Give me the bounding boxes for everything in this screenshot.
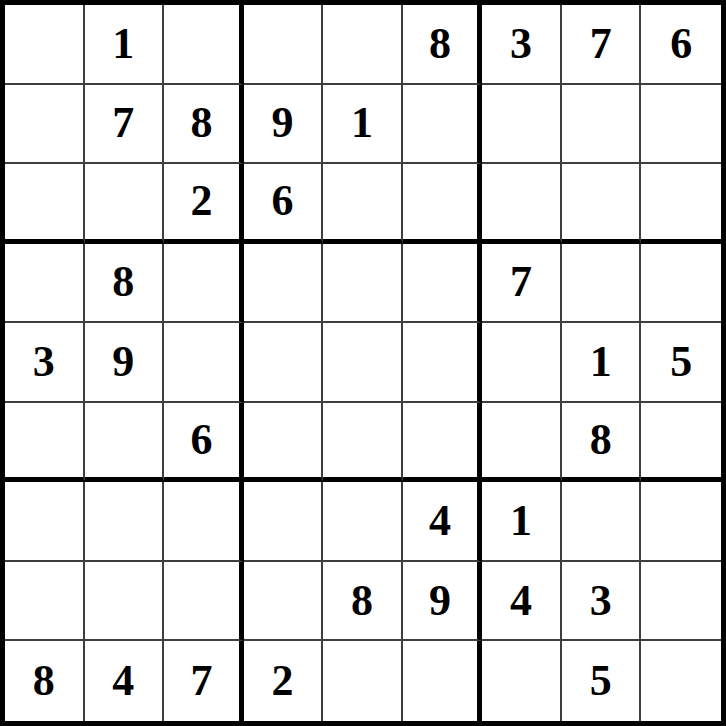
sudoku-cell-r7c8[interactable] bbox=[562, 482, 642, 562]
sudoku-cell-r3c5[interactable] bbox=[323, 164, 403, 244]
sudoku-cell-r2c1[interactable] bbox=[5, 85, 85, 165]
sudoku-cell-r8c6: 9 bbox=[403, 562, 483, 642]
sudoku-cell-r5c7[interactable] bbox=[482, 323, 562, 403]
sudoku-cell-r8c4[interactable] bbox=[244, 562, 324, 642]
sudoku-cell-r4c1[interactable] bbox=[5, 244, 85, 324]
sudoku-cell-r3c1[interactable] bbox=[5, 164, 85, 244]
sudoku-cell-r4c5[interactable] bbox=[323, 244, 403, 324]
sudoku-cell-r6c1[interactable] bbox=[5, 403, 85, 483]
sudoku-cell-r4c6[interactable] bbox=[403, 244, 483, 324]
sudoku-cell-r5c2: 9 bbox=[85, 323, 165, 403]
sudoku-cell-r8c1[interactable] bbox=[5, 562, 85, 642]
sudoku-cell-r6c4[interactable] bbox=[244, 403, 324, 483]
sudoku-cell-r5c9: 5 bbox=[641, 323, 721, 403]
sudoku-cell-r7c5[interactable] bbox=[323, 482, 403, 562]
sudoku-cell-r3c4: 6 bbox=[244, 164, 324, 244]
sudoku-cell-r4c3[interactable] bbox=[164, 244, 244, 324]
sudoku-cell-r8c8: 3 bbox=[562, 562, 642, 642]
sudoku-cell-r7c1[interactable] bbox=[5, 482, 85, 562]
sudoku-cell-r4c9[interactable] bbox=[641, 244, 721, 324]
sudoku-cell-r7c7: 1 bbox=[482, 482, 562, 562]
sudoku-cell-r9c4: 2 bbox=[244, 641, 324, 721]
sudoku-cell-r3c3: 2 bbox=[164, 164, 244, 244]
sudoku-cell-r4c4[interactable] bbox=[244, 244, 324, 324]
sudoku-cell-r3c8[interactable] bbox=[562, 164, 642, 244]
sudoku-cell-r5c5[interactable] bbox=[323, 323, 403, 403]
sudoku-cell-r7c2[interactable] bbox=[85, 482, 165, 562]
sudoku-cell-r9c7[interactable] bbox=[482, 641, 562, 721]
sudoku-cell-r2c5: 1 bbox=[323, 85, 403, 165]
sudoku-cell-r6c8: 8 bbox=[562, 403, 642, 483]
sudoku-cell-r8c7: 4 bbox=[482, 562, 562, 642]
sudoku-cell-r6c6[interactable] bbox=[403, 403, 483, 483]
sudoku-cell-r4c2: 8 bbox=[85, 244, 165, 324]
sudoku-cell-r7c4[interactable] bbox=[244, 482, 324, 562]
sudoku-cell-r6c7[interactable] bbox=[482, 403, 562, 483]
sudoku-cell-r9c1: 8 bbox=[5, 641, 85, 721]
sudoku-cell-r7c3[interactable] bbox=[164, 482, 244, 562]
sudoku-cell-r8c5: 8 bbox=[323, 562, 403, 642]
sudoku-cell-r2c7[interactable] bbox=[482, 85, 562, 165]
sudoku-cell-r5c3[interactable] bbox=[164, 323, 244, 403]
sudoku-cell-r6c3: 6 bbox=[164, 403, 244, 483]
sudoku-cell-r8c9[interactable] bbox=[641, 562, 721, 642]
sudoku-cell-r1c1[interactable] bbox=[5, 5, 85, 85]
sudoku-cell-r7c9[interactable] bbox=[641, 482, 721, 562]
sudoku-cell-r2c8[interactable] bbox=[562, 85, 642, 165]
sudoku-cell-r9c6[interactable] bbox=[403, 641, 483, 721]
sudoku-cell-r9c8: 5 bbox=[562, 641, 642, 721]
sudoku-cell-r2c9[interactable] bbox=[641, 85, 721, 165]
sudoku-cell-r4c8[interactable] bbox=[562, 244, 642, 324]
sudoku-cell-r1c3[interactable] bbox=[164, 5, 244, 85]
sudoku-cell-r2c3: 8 bbox=[164, 85, 244, 165]
sudoku-cell-r2c4: 9 bbox=[244, 85, 324, 165]
sudoku-cell-r9c3: 7 bbox=[164, 641, 244, 721]
sudoku-cell-r9c5[interactable] bbox=[323, 641, 403, 721]
sudoku-cell-r6c9[interactable] bbox=[641, 403, 721, 483]
sudoku-cell-r1c5[interactable] bbox=[323, 5, 403, 85]
sudoku-cell-r6c5[interactable] bbox=[323, 403, 403, 483]
sudoku-cell-r2c6[interactable] bbox=[403, 85, 483, 165]
sudoku-cell-r3c6[interactable] bbox=[403, 164, 483, 244]
sudoku-cell-r3c7[interactable] bbox=[482, 164, 562, 244]
sudoku-cell-r9c9[interactable] bbox=[641, 641, 721, 721]
sudoku-cell-r4c7: 7 bbox=[482, 244, 562, 324]
sudoku-cell-r3c9[interactable] bbox=[641, 164, 721, 244]
sudoku-cell-r1c6: 8 bbox=[403, 5, 483, 85]
sudoku-cell-r1c2: 1 bbox=[85, 5, 165, 85]
sudoku-cell-r5c8: 1 bbox=[562, 323, 642, 403]
sudoku-cell-r6c2[interactable] bbox=[85, 403, 165, 483]
sudoku-cell-r5c4[interactable] bbox=[244, 323, 324, 403]
sudoku-cell-r1c8: 7 bbox=[562, 5, 642, 85]
sudoku-cell-r3c2[interactable] bbox=[85, 164, 165, 244]
sudoku-board: 183767891268739156841894384725 bbox=[0, 0, 726, 726]
sudoku-cell-r1c7: 3 bbox=[482, 5, 562, 85]
sudoku-cell-r2c2: 7 bbox=[85, 85, 165, 165]
sudoku-cell-r9c2: 4 bbox=[85, 641, 165, 721]
sudoku-cell-r5c6[interactable] bbox=[403, 323, 483, 403]
sudoku-cell-r8c3[interactable] bbox=[164, 562, 244, 642]
sudoku-cell-r7c6: 4 bbox=[403, 482, 483, 562]
sudoku-cell-r5c1: 3 bbox=[5, 323, 85, 403]
sudoku-cell-r8c2[interactable] bbox=[85, 562, 165, 642]
sudoku-cell-r1c4[interactable] bbox=[244, 5, 324, 85]
sudoku-cell-r1c9: 6 bbox=[641, 5, 721, 85]
